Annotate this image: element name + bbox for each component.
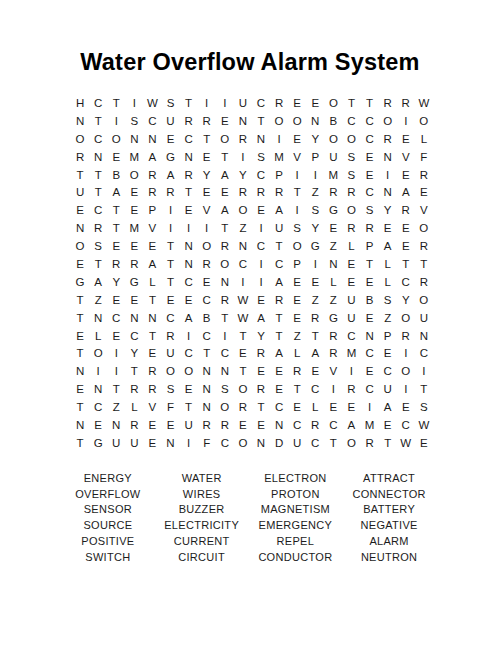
grid-cell: R	[415, 166, 433, 184]
grid-cell: R	[180, 166, 198, 184]
grid-cell: T	[125, 362, 143, 380]
grid-cell: Y	[198, 166, 216, 184]
word-item: WIRES	[155, 486, 249, 502]
grid-cell: T	[216, 309, 234, 327]
grid-cell: E	[397, 219, 415, 237]
grid-cell: T	[71, 344, 89, 362]
grid-cell: E	[252, 201, 270, 219]
grid-cell: L	[324, 273, 342, 291]
grid-cell: C	[143, 112, 161, 130]
grid-cell: U	[415, 309, 433, 327]
grid-cell: I	[234, 273, 252, 291]
word-item: CURRENT	[155, 533, 249, 549]
grid-cell: I	[234, 148, 252, 166]
grid-cell: E	[143, 344, 161, 362]
grid-cell: E	[342, 273, 360, 291]
grid-cell: O	[342, 201, 360, 219]
word-item: PROTON	[249, 486, 343, 502]
grid-cell: I	[180, 327, 198, 345]
grid-cell: C	[252, 94, 270, 112]
word-item: OVERFLOW	[61, 486, 155, 502]
grid-cell: E	[198, 273, 216, 291]
grid-cell: O	[216, 130, 234, 148]
grid-cell: T	[288, 183, 306, 201]
grid-cell: R	[397, 327, 415, 345]
grid-cell: C	[342, 327, 360, 345]
grid-cell: C	[361, 344, 379, 362]
grid-cell: G	[89, 434, 107, 452]
grid-cell: N	[234, 237, 252, 255]
grid-cell: E	[415, 183, 433, 201]
grid-cell: R	[415, 273, 433, 291]
grid-cell: W	[234, 309, 252, 327]
grid-cell: E	[143, 434, 161, 452]
grid-cell: Y	[252, 327, 270, 345]
grid-cell: O	[379, 112, 397, 130]
grid-cell: A	[107, 183, 125, 201]
grid-cell: E	[107, 237, 125, 255]
grid-cell: E	[397, 166, 415, 184]
grid-cell: R	[324, 327, 342, 345]
grid-cell: E	[216, 183, 234, 201]
grid-cell: E	[71, 327, 89, 345]
grid-cell: E	[270, 362, 288, 380]
grid-cell: R	[161, 327, 179, 345]
grid-cell: C	[198, 327, 216, 345]
grid-cell: O	[234, 380, 252, 398]
grid-cell: S	[361, 201, 379, 219]
grid-cell: C	[270, 255, 288, 273]
grid-cell: O	[198, 237, 216, 255]
grid-cell: S	[216, 380, 234, 398]
grid-cell: E	[107, 327, 125, 345]
grid-cell: R	[234, 130, 252, 148]
grid-cell: N	[306, 112, 324, 130]
grid-cell: C	[306, 434, 324, 452]
grid-cell: O	[397, 309, 415, 327]
grid-cell: R	[288, 362, 306, 380]
grid-cell: H	[71, 94, 89, 112]
grid-cell: B	[361, 291, 379, 309]
grid-cell: N	[252, 434, 270, 452]
grid-cell: T	[71, 398, 89, 416]
grid-cell: T	[71, 291, 89, 309]
grid-cell: A	[143, 148, 161, 166]
grid-cell: I	[252, 219, 270, 237]
grid-cell: E	[143, 237, 161, 255]
grid-cell: R	[198, 416, 216, 434]
grid-cell: N	[71, 362, 89, 380]
word-item: ELECTRICITY	[155, 517, 249, 533]
grid-cell: E	[342, 398, 360, 416]
grid-cell: T	[324, 434, 342, 452]
grid-cell: O	[216, 255, 234, 273]
grid-cell: S	[252, 148, 270, 166]
grid-cell: O	[397, 362, 415, 380]
word-item: CONNECTOR	[342, 486, 436, 502]
grid-cell: O	[125, 166, 143, 184]
grid-cell: R	[415, 237, 433, 255]
grid-cell: L	[143, 273, 161, 291]
grid-cell: I	[180, 434, 198, 452]
grid-cell: L	[379, 255, 397, 273]
grid-cell: Y	[306, 219, 324, 237]
grid-cell: R	[234, 183, 252, 201]
grid-cell: N	[143, 130, 161, 148]
grid-cell: U	[379, 380, 397, 398]
grid-cell: C	[216, 344, 234, 362]
grid-cell: T	[379, 434, 397, 452]
letter-grid: HCTIWSTIIUCREEOTTRRWNTISCURRENTOONBCCOIO…	[71, 94, 433, 452]
grid-cell: Z	[89, 291, 107, 309]
grid-cell: E	[125, 237, 143, 255]
grid-cell: T	[180, 398, 198, 416]
grid-cell: E	[361, 166, 379, 184]
grid-cell: W	[234, 291, 252, 309]
grid-cell: T	[143, 291, 161, 309]
word-item: ALARM	[342, 533, 436, 549]
grid-cell: N	[216, 273, 234, 291]
grid-cell: G	[125, 273, 143, 291]
grid-cell: R	[379, 94, 397, 112]
grid-cell: A	[397, 183, 415, 201]
grid-cell: C	[180, 344, 198, 362]
grid-cell: L	[89, 327, 107, 345]
grid-cell: C	[361, 183, 379, 201]
grid-cell: A	[379, 398, 397, 416]
grid-cell: O	[234, 434, 252, 452]
word-item: POSITIVE	[61, 533, 155, 549]
grid-cell: Z	[324, 237, 342, 255]
grid-cell: T	[415, 255, 433, 273]
grid-cell: I	[161, 201, 179, 219]
grid-cell: N	[107, 416, 125, 434]
grid-cell: I	[107, 362, 125, 380]
grid-cell: A	[270, 273, 288, 291]
grid-cell: Y	[379, 201, 397, 219]
grid-cell: E	[161, 291, 179, 309]
grid-cell: I	[397, 344, 415, 362]
grid-cell: F	[415, 148, 433, 166]
grid-cell: N	[379, 183, 397, 201]
grid-cell: N	[180, 255, 198, 273]
grid-cell: O	[324, 130, 342, 148]
grid-cell: R	[71, 148, 89, 166]
grid-cell: R	[270, 183, 288, 201]
grid-cell: T	[270, 327, 288, 345]
grid-cell: O	[415, 291, 433, 309]
grid-cell: N	[270, 416, 288, 434]
grid-cell: C	[234, 255, 252, 273]
grid-cell: R	[180, 112, 198, 130]
grid-cell: T	[361, 255, 379, 273]
grid-cell: U	[342, 309, 360, 327]
grid-cell: E	[342, 255, 360, 273]
grid-cell: E	[288, 398, 306, 416]
grid-cell: A	[89, 273, 107, 291]
grid-cell: V	[143, 219, 161, 237]
grid-cell: S	[161, 94, 179, 112]
grid-cell: G	[161, 148, 179, 166]
grid-cell: E	[397, 237, 415, 255]
grid-cell: N	[125, 309, 143, 327]
grid-cell: I	[306, 255, 324, 273]
grid-cell: G	[71, 273, 89, 291]
grid-cell: T	[107, 201, 125, 219]
grid-cell: E	[180, 291, 198, 309]
grid-cell: T	[342, 94, 360, 112]
grid-cell: C	[288, 416, 306, 434]
grid-cell: I	[397, 112, 415, 130]
grid-cell: E	[107, 148, 125, 166]
word-item: CONDUCTOR	[249, 549, 343, 565]
grid-cell: E	[198, 183, 216, 201]
grid-cell: R	[397, 94, 415, 112]
grid-cell: E	[180, 380, 198, 398]
grid-cell: N	[216, 362, 234, 380]
grid-cell: E	[397, 130, 415, 148]
grid-cell: S	[342, 166, 360, 184]
grid-cell: N	[234, 112, 252, 130]
grid-cell: E	[306, 273, 324, 291]
grid-cell: O	[71, 130, 89, 148]
grid-cell: T	[107, 380, 125, 398]
grid-cell: T	[89, 166, 107, 184]
grid-cell: U	[234, 94, 252, 112]
grid-cell: N	[415, 327, 433, 345]
grid-cell: W	[143, 94, 161, 112]
grid-cell: O	[342, 434, 360, 452]
grid-cell: A	[270, 201, 288, 219]
grid-cell: R	[324, 344, 342, 362]
grid-cell: I	[216, 94, 234, 112]
grid-cell: O	[216, 398, 234, 416]
grid-cell: R	[143, 362, 161, 380]
grid-cell: R	[306, 416, 324, 434]
grid-cell: E	[306, 94, 324, 112]
grid-cell: C	[306, 380, 324, 398]
grid-cell: R	[198, 112, 216, 130]
grid-cell: F	[198, 434, 216, 452]
grid-cell: T	[71, 434, 89, 452]
grid-cell: D	[270, 434, 288, 452]
grid-cell: R	[270, 94, 288, 112]
grid-cell: N	[125, 130, 143, 148]
grid-cell: U	[71, 183, 89, 201]
grid-cell: E	[125, 201, 143, 219]
grid-cell: B	[198, 309, 216, 327]
word-item: EMERGENCY	[249, 517, 343, 533]
grid-cell: U	[161, 344, 179, 362]
grid-cell: N	[180, 148, 198, 166]
grid-cell: C	[361, 380, 379, 398]
grid-cell: A	[379, 237, 397, 255]
grid-cell: U	[324, 148, 342, 166]
grid-cell: R	[125, 255, 143, 273]
grid-cell: C	[397, 416, 415, 434]
grid-cell: E	[234, 344, 252, 362]
grid-cell: U	[107, 434, 125, 452]
grid-cell: Z	[324, 291, 342, 309]
grid-cell: B	[324, 112, 342, 130]
grid-cell: N	[89, 380, 107, 398]
grid-cell: N	[198, 380, 216, 398]
grid-cell: S	[125, 112, 143, 130]
grid-cell: C	[161, 309, 179, 327]
grid-cell: E	[180, 201, 198, 219]
grid-cell: I	[198, 219, 216, 237]
grid-cell: N	[361, 327, 379, 345]
grid-cell: M	[125, 219, 143, 237]
grid-cell: E	[143, 416, 161, 434]
grid-cell: T	[161, 237, 179, 255]
grid-cell: C	[361, 130, 379, 148]
grid-cell: E	[379, 416, 397, 434]
grid-cell: S	[415, 398, 433, 416]
grid-cell: O	[180, 362, 198, 380]
grid-cell: O	[234, 201, 252, 219]
grid-cell: E	[397, 398, 415, 416]
word-item: ELECTRON	[249, 470, 343, 486]
grid-cell: I	[107, 112, 125, 130]
grid-cell: R	[107, 255, 125, 273]
grid-cell: I	[107, 344, 125, 362]
word-item: MAGNETISM	[249, 502, 343, 518]
grid-cell: E	[71, 255, 89, 273]
grid-cell: I	[252, 273, 270, 291]
grid-cell: U	[161, 112, 179, 130]
grid-cell: A	[270, 344, 288, 362]
grid-cell: A	[306, 344, 324, 362]
grid-cell: Y	[234, 166, 252, 184]
grid-cell: N	[379, 148, 397, 166]
grid-cell: O	[415, 112, 433, 130]
grid-cell: T	[89, 255, 107, 273]
grid-cell: E	[71, 201, 89, 219]
grid-cell: C	[180, 130, 198, 148]
grid-cell: I	[342, 362, 360, 380]
word-item: BUZZER	[155, 502, 249, 518]
grid-cell: R	[143, 166, 161, 184]
grid-cell: R	[216, 237, 234, 255]
grid-cell: A	[161, 166, 179, 184]
grid-cell: Z	[379, 309, 397, 327]
grid-cell: T	[397, 255, 415, 273]
grid-cell: E	[288, 130, 306, 148]
grid-cell: P	[379, 327, 397, 345]
grid-cell: C	[397, 273, 415, 291]
grid-cell: T	[270, 237, 288, 255]
grid-cell: R	[125, 416, 143, 434]
grid-cell: E	[288, 309, 306, 327]
grid-cell: P	[143, 201, 161, 219]
word-list: ENERGYWATERELECTRONATTRACTOVERFLOWWIRESP…	[61, 470, 436, 565]
grid-cell: C	[89, 130, 107, 148]
grid-cell: T	[180, 183, 198, 201]
grid-cell: T	[71, 166, 89, 184]
word-item: NEGATIVE	[342, 517, 436, 533]
grid-cell: O	[324, 94, 342, 112]
grid-cell: N	[161, 434, 179, 452]
grid-cell: N	[198, 362, 216, 380]
grid-cell: C	[180, 273, 198, 291]
grid-cell: T	[161, 273, 179, 291]
grid-cell: N	[180, 237, 198, 255]
grid-cell: R	[143, 380, 161, 398]
grid-cell: C	[198, 291, 216, 309]
grid-cell: E	[71, 380, 89, 398]
grid-cell: E	[361, 273, 379, 291]
grid-cell: Z	[306, 291, 324, 309]
grid-cell: V	[143, 398, 161, 416]
grid-cell: A	[216, 166, 234, 184]
grid-cell: I	[180, 219, 198, 237]
grid-cell: O	[89, 344, 107, 362]
grid-cell: E	[288, 94, 306, 112]
grid-cell: E	[379, 219, 397, 237]
grid-cell: R	[198, 255, 216, 273]
word-item: ATTRACT	[342, 470, 436, 486]
grid-cell: E	[415, 434, 433, 452]
grid-cell: R	[252, 344, 270, 362]
grid-cell: A	[342, 416, 360, 434]
grid-cell: R	[89, 219, 107, 237]
grid-cell: Z	[107, 398, 125, 416]
grid-cell: E	[288, 273, 306, 291]
grid-cell: F	[161, 398, 179, 416]
grid-cell: R	[361, 219, 379, 237]
word-item: REPEL	[249, 533, 343, 549]
word-item: SWITCH	[61, 549, 155, 565]
grid-cell: T	[198, 344, 216, 362]
grid-cell: N	[71, 416, 89, 434]
grid-cell: M	[270, 148, 288, 166]
grid-cell: Y	[397, 291, 415, 309]
grid-cell: N	[252, 130, 270, 148]
grid-cell: Y	[306, 130, 324, 148]
grid-cell: T	[89, 183, 107, 201]
grid-cell: E	[324, 219, 342, 237]
grid-cell: Y	[107, 273, 125, 291]
grid-cell: E	[161, 416, 179, 434]
grid-cell: T	[361, 94, 379, 112]
grid-cell: R	[342, 183, 360, 201]
grid-cell: S	[379, 291, 397, 309]
grid-cell: V	[198, 201, 216, 219]
grid-cell: I	[306, 166, 324, 184]
grid-cell: I	[198, 94, 216, 112]
grid-cell: R	[216, 416, 234, 434]
grid-cell: R	[161, 183, 179, 201]
word-item: ENERGY	[61, 470, 155, 486]
grid-cell: O	[415, 219, 433, 237]
grid-cell: R	[252, 183, 270, 201]
grid-cell: O	[342, 130, 360, 148]
grid-cell: T	[306, 327, 324, 345]
grid-cell: G	[324, 201, 342, 219]
grid-cell: Z	[306, 183, 324, 201]
grid-cell: S	[306, 201, 324, 219]
grid-cell: R	[324, 183, 342, 201]
grid-cell: U	[288, 434, 306, 452]
word-item: WATER	[155, 470, 249, 486]
page: Water Overflow Alarm System HCTIWSTIIUCR…	[0, 0, 500, 647]
grid-cell: E	[198, 148, 216, 166]
grid-cell: A	[216, 201, 234, 219]
grid-cell: P	[306, 148, 324, 166]
grid-cell: T	[89, 112, 107, 130]
grid-cell: M	[361, 416, 379, 434]
